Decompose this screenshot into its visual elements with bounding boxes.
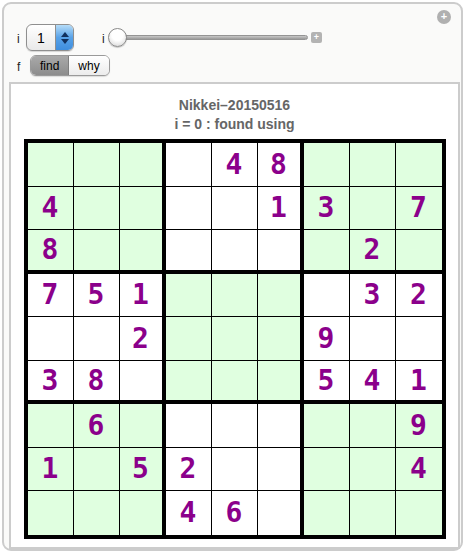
i-slider-thumb[interactable] (108, 28, 127, 47)
cell-r3c4 (166, 230, 212, 274)
cell-r2c7: 3 (304, 187, 350, 231)
cell-r8c5 (212, 448, 258, 492)
sudoku-board: 4841378275132293854169152446 (24, 139, 446, 539)
slider-increment-icon[interactable]: + (311, 32, 322, 43)
cell-r9c9 (396, 491, 442, 535)
cell-r3c5 (212, 230, 258, 274)
cell-r1c1 (28, 143, 74, 187)
panel-expand-icon[interactable]: + (437, 10, 451, 24)
cell-r6c3 (120, 361, 166, 405)
segment-label: f (17, 60, 20, 74)
cell-r2c3 (120, 187, 166, 231)
cell-r7c6 (258, 404, 304, 448)
arrow-down-icon[interactable] (61, 39, 69, 44)
manipulate-panel: + i 1 i + f find why Nikkei–20150516 i =… (2, 2, 463, 551)
cell-r7c5 (212, 404, 258, 448)
slider-label: i (102, 32, 105, 46)
cell-r7c1 (28, 404, 74, 448)
i-slider-track[interactable] (112, 35, 308, 40)
cell-r4c3: 1 (120, 274, 166, 318)
cell-r6c4 (166, 361, 212, 405)
cell-r5c5 (212, 317, 258, 361)
cell-r6c8: 4 (350, 361, 396, 405)
display-panel: Nikkei–20150516 i = 0 : found using 4841… (9, 82, 460, 549)
cell-r4c1: 7 (28, 274, 74, 318)
cell-r7c9: 9 (396, 404, 442, 448)
cell-r8c2 (74, 448, 120, 492)
cell-r8c4: 2 (166, 448, 212, 492)
cell-r5c8 (350, 317, 396, 361)
cell-r9c3 (120, 491, 166, 535)
cell-r3c9 (396, 230, 442, 274)
cell-r1c3 (120, 143, 166, 187)
cell-r6c2: 8 (74, 361, 120, 405)
stepper-arrows-icon[interactable] (55, 25, 73, 50)
cell-r9c5: 6 (212, 491, 258, 535)
cell-r3c2 (74, 230, 120, 274)
cell-r4c4 (166, 274, 212, 318)
segment-why[interactable]: why (69, 56, 108, 75)
cell-r7c8 (350, 404, 396, 448)
cell-r7c2: 6 (74, 404, 120, 448)
cell-r1c2 (74, 143, 120, 187)
cell-r5c2 (74, 317, 120, 361)
cell-r8c6 (258, 448, 304, 492)
cell-r2c1: 4 (28, 187, 74, 231)
cell-r3c7 (304, 230, 350, 274)
cell-r2c9: 7 (396, 187, 442, 231)
cell-r5c9 (396, 317, 442, 361)
cell-r9c4: 4 (166, 491, 212, 535)
cell-r4c8: 3 (350, 274, 396, 318)
cell-r9c8 (350, 491, 396, 535)
cell-r6c7: 5 (304, 361, 350, 405)
find-why-toggle: find why (30, 55, 110, 76)
cell-r4c9: 2 (396, 274, 442, 318)
cell-r7c7 (304, 404, 350, 448)
cell-r9c2 (74, 491, 120, 535)
cell-r6c6 (258, 361, 304, 405)
cell-r6c9: 1 (396, 361, 442, 405)
cell-r5c4 (166, 317, 212, 361)
cell-r9c1 (28, 491, 74, 535)
cell-r5c1 (28, 317, 74, 361)
arrow-up-icon[interactable] (61, 32, 69, 37)
cell-r3c8: 2 (350, 230, 396, 274)
cell-r3c1: 8 (28, 230, 74, 274)
cell-r5c6 (258, 317, 304, 361)
stepper-value: 1 (27, 25, 55, 50)
cell-r9c7 (304, 491, 350, 535)
status-line: i = 0 : found using (11, 116, 458, 132)
puzzle-title: Nikkei–20150516 (11, 97, 458, 113)
segment-find[interactable]: find (31, 56, 69, 75)
cell-r3c6 (258, 230, 304, 274)
cell-r7c3 (120, 404, 166, 448)
cell-r1c4 (166, 143, 212, 187)
cell-r5c3: 2 (120, 317, 166, 361)
cell-r1c8 (350, 143, 396, 187)
cell-r9c6 (258, 491, 304, 535)
cell-r4c5 (212, 274, 258, 318)
cell-r4c2: 5 (74, 274, 120, 318)
i-stepper[interactable]: 1 (26, 24, 74, 51)
cell-r1c6: 8 (258, 143, 304, 187)
cell-r4c6 (258, 274, 304, 318)
cell-r1c7 (304, 143, 350, 187)
cell-r8c7 (304, 448, 350, 492)
cell-r1c5: 4 (212, 143, 258, 187)
cell-r4c7 (304, 274, 350, 318)
cell-r6c5 (212, 361, 258, 405)
cell-r8c9: 4 (396, 448, 442, 492)
cell-r3c3 (120, 230, 166, 274)
cell-r8c8 (350, 448, 396, 492)
cell-r1c9 (396, 143, 442, 187)
cell-r6c1: 3 (28, 361, 74, 405)
cell-r2c2 (74, 187, 120, 231)
cell-r7c4 (166, 404, 212, 448)
cell-r8c3: 5 (120, 448, 166, 492)
cell-r2c4 (166, 187, 212, 231)
cell-r2c8 (350, 187, 396, 231)
stepper-label: i (17, 32, 20, 46)
cell-r8c1: 1 (28, 448, 74, 492)
cell-r2c5 (212, 187, 258, 231)
cell-r2c6: 1 (258, 187, 304, 231)
cell-r5c7: 9 (304, 317, 350, 361)
